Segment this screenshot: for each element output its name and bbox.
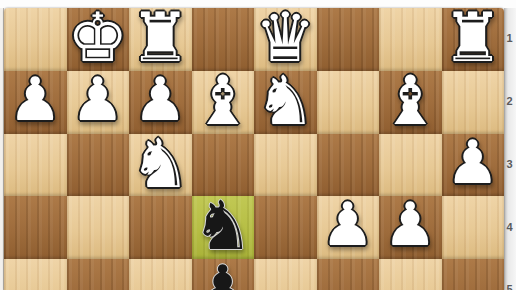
square-b4[interactable]: ♟	[379, 196, 442, 259]
square-h5[interactable]	[4, 259, 67, 290]
square-g3[interactable]	[67, 134, 130, 197]
square-d4[interactable]	[254, 196, 317, 259]
square-h2[interactable]: ♟	[4, 71, 67, 134]
white-queen-d1[interactable]: ♛	[255, 8, 316, 69]
square-a1[interactable]: ♜	[442, 8, 505, 71]
square-g1[interactable]: ♚	[67, 8, 130, 71]
square-h3[interactable]	[4, 134, 67, 197]
rank-label-2: 2	[505, 95, 514, 107]
white-pawn-f2[interactable]: ♟	[133, 69, 187, 132]
white-bishop-b2[interactable]: ♝	[380, 69, 441, 132]
rank-label-5: 5	[505, 283, 514, 290]
white-pawn-g2[interactable]: ♟	[71, 69, 125, 132]
square-c2[interactable]	[317, 71, 380, 134]
square-e4[interactable]: ♞	[192, 196, 255, 259]
square-b2[interactable]: ♝	[379, 71, 442, 134]
white-pawn-h2[interactable]: ♟	[8, 69, 62, 132]
white-rook-a1[interactable]: ♜	[442, 8, 503, 69]
square-g2[interactable]: ♟	[67, 71, 130, 134]
square-b5[interactable]	[379, 259, 442, 290]
square-g5[interactable]	[67, 259, 130, 290]
page: ♚♜♛♜♟♟♟♝♞♝♞♟♞♟♟♟ 12345	[0, 0, 516, 290]
white-knight-d2[interactable]: ♞	[255, 69, 316, 132]
square-f3[interactable]: ♞	[129, 134, 192, 197]
square-f1[interactable]: ♜	[129, 8, 192, 71]
white-pawn-b4[interactable]: ♟	[383, 194, 437, 257]
square-e2[interactable]: ♝	[192, 71, 255, 134]
square-e5[interactable]: ♟	[192, 259, 255, 290]
chess-board: ♚♜♛♜♟♟♟♝♞♝♞♟♞♟♟♟	[4, 8, 504, 290]
white-pawn-a3[interactable]: ♟	[446, 132, 500, 195]
square-c3[interactable]	[317, 134, 380, 197]
white-knight-f3[interactable]: ♞	[130, 132, 191, 195]
square-a5[interactable]	[442, 259, 505, 290]
black-knight-e4[interactable]: ♞	[192, 194, 253, 257]
white-rook-f1[interactable]: ♜	[130, 8, 191, 69]
square-c4[interactable]: ♟	[317, 196, 380, 259]
square-d2[interactable]: ♞	[254, 71, 317, 134]
rank-label-3: 3	[505, 158, 514, 170]
square-a3[interactable]: ♟	[442, 134, 505, 197]
square-f5[interactable]	[129, 259, 192, 290]
square-c1[interactable]	[317, 8, 380, 71]
rank-label-1: 1	[505, 32, 514, 44]
rank-label-4: 4	[505, 221, 514, 233]
square-a4[interactable]	[442, 196, 505, 259]
black-pawn-e5[interactable]: ♟	[196, 257, 250, 290]
square-d3[interactable]	[254, 134, 317, 197]
square-c5[interactable]	[317, 259, 380, 290]
white-king-g1[interactable]: ♚	[67, 8, 128, 69]
chess-board-viewport: ♚♜♛♜♟♟♟♝♞♝♞♟♞♟♟♟	[4, 8, 504, 290]
square-g4[interactable]	[67, 196, 130, 259]
square-f4[interactable]	[129, 196, 192, 259]
square-d5[interactable]	[254, 259, 317, 290]
white-bishop-e2[interactable]: ♝	[192, 69, 253, 132]
page-top-margin	[0, 0, 516, 8]
white-pawn-c4[interactable]: ♟	[321, 194, 375, 257]
square-b3[interactable]	[379, 134, 442, 197]
square-h1[interactable]	[4, 8, 67, 71]
square-a2[interactable]	[442, 71, 505, 134]
square-h4[interactable]	[4, 196, 67, 259]
